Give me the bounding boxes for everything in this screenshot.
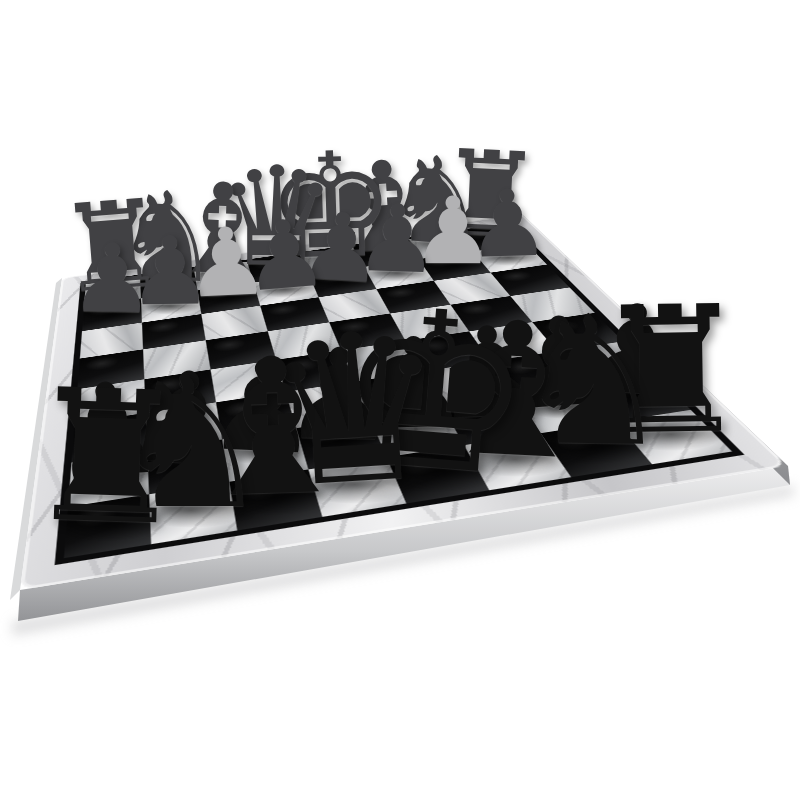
chess-set-photo: ♜♞♝♟♚♟♛♟♝♟♞♟♜♟♟♟♟♟♟♟♜♟♞♟♝♟♚♟♛♝♞♜ Angled … — [0, 0, 800, 800]
square-b1 — [148, 481, 236, 543]
square-c1 — [228, 469, 321, 530]
